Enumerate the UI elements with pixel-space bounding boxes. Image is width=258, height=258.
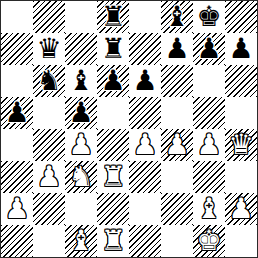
piece-black-pawn: ♟ bbox=[100, 65, 125, 97]
piece-black-bishop: ♝ bbox=[164, 1, 189, 33]
square-g2[interactable]: ♝ bbox=[193, 193, 225, 225]
square-e1[interactable] bbox=[129, 225, 161, 257]
square-b4[interactable] bbox=[33, 129, 65, 161]
piece-black-pawn: ♟ bbox=[4, 97, 29, 129]
square-d8[interactable]: ♜ bbox=[97, 1, 129, 33]
piece-white-bishop: ♝ bbox=[68, 225, 93, 257]
piece-black-pawn: ♟ bbox=[132, 65, 157, 97]
square-d2[interactable] bbox=[97, 193, 129, 225]
piece-black-rook: ♜ bbox=[100, 33, 125, 65]
square-c4[interactable]: ♟ bbox=[65, 129, 97, 161]
square-g5[interactable] bbox=[193, 97, 225, 129]
square-e2[interactable] bbox=[129, 193, 161, 225]
square-e5[interactable] bbox=[129, 97, 161, 129]
square-h5[interactable] bbox=[225, 97, 257, 129]
square-b6[interactable]: ♞ bbox=[33, 65, 65, 97]
square-a2[interactable]: ♟ bbox=[1, 193, 33, 225]
square-g1[interactable]: ♚ bbox=[193, 225, 225, 257]
piece-black-knight: ♞ bbox=[36, 65, 61, 97]
square-f5[interactable] bbox=[161, 97, 193, 129]
square-h1[interactable] bbox=[225, 225, 257, 257]
square-c6[interactable]: ♝ bbox=[65, 65, 97, 97]
piece-black-queen: ♛ bbox=[36, 33, 61, 65]
piece-white-pawn: ♟ bbox=[164, 129, 189, 161]
piece-black-pawn: ♟ bbox=[228, 33, 253, 65]
square-e3[interactable] bbox=[129, 161, 161, 193]
square-a7[interactable] bbox=[1, 33, 33, 65]
piece-white-king: ♚ bbox=[196, 225, 221, 257]
square-d7[interactable]: ♜ bbox=[97, 33, 129, 65]
piece-white-pawn: ♟ bbox=[4, 193, 29, 225]
square-d4[interactable] bbox=[97, 129, 129, 161]
square-g6[interactable] bbox=[193, 65, 225, 97]
square-c7[interactable] bbox=[65, 33, 97, 65]
square-h4[interactable]: ♛ bbox=[225, 129, 257, 161]
square-e4[interactable]: ♟ bbox=[129, 129, 161, 161]
square-f1[interactable] bbox=[161, 225, 193, 257]
square-b5[interactable] bbox=[33, 97, 65, 129]
piece-black-king: ♚ bbox=[196, 1, 221, 33]
piece-white-bishop: ♝ bbox=[196, 193, 221, 225]
square-f8[interactable]: ♝ bbox=[161, 1, 193, 33]
square-a5[interactable]: ♟ bbox=[1, 97, 33, 129]
piece-black-pawn: ♟ bbox=[68, 97, 93, 129]
square-a4[interactable] bbox=[1, 129, 33, 161]
piece-white-pawn: ♟ bbox=[36, 161, 61, 193]
square-b1[interactable] bbox=[33, 225, 65, 257]
square-b8[interactable] bbox=[33, 1, 65, 33]
square-a1[interactable] bbox=[1, 225, 33, 257]
square-b2[interactable] bbox=[33, 193, 65, 225]
square-b7[interactable]: ♛ bbox=[33, 33, 65, 65]
square-a8[interactable] bbox=[1, 1, 33, 33]
piece-white-knight: ♞ bbox=[68, 161, 93, 193]
square-d1[interactable]: ♜ bbox=[97, 225, 129, 257]
chess-diagram: ♜♝♚♛♜♟♟♟♞♝♟♟♟♟♟♟♟♟♛♟♞♜♟♝♟♝♜♚ bbox=[0, 0, 258, 258]
square-f3[interactable] bbox=[161, 161, 193, 193]
square-a6[interactable] bbox=[1, 65, 33, 97]
square-e8[interactable] bbox=[129, 1, 161, 33]
square-g8[interactable]: ♚ bbox=[193, 1, 225, 33]
square-e6[interactable]: ♟ bbox=[129, 65, 161, 97]
piece-white-pawn: ♟ bbox=[68, 129, 93, 161]
square-g4[interactable]: ♟ bbox=[193, 129, 225, 161]
square-h3[interactable] bbox=[225, 161, 257, 193]
square-d3[interactable]: ♜ bbox=[97, 161, 129, 193]
square-c8[interactable] bbox=[65, 1, 97, 33]
square-f6[interactable] bbox=[161, 65, 193, 97]
piece-white-queen: ♛ bbox=[228, 129, 253, 161]
square-g3[interactable] bbox=[193, 161, 225, 193]
piece-black-pawn: ♟ bbox=[196, 33, 221, 65]
square-h7[interactable]: ♟ bbox=[225, 33, 257, 65]
square-g7[interactable]: ♟ bbox=[193, 33, 225, 65]
square-e7[interactable] bbox=[129, 33, 161, 65]
square-c2[interactable] bbox=[65, 193, 97, 225]
square-f7[interactable]: ♟ bbox=[161, 33, 193, 65]
chess-board: ♜♝♚♛♜♟♟♟♞♝♟♟♟♟♟♟♟♟♛♟♞♜♟♝♟♝♜♚ bbox=[0, 0, 258, 258]
square-h8[interactable] bbox=[225, 1, 257, 33]
square-c3[interactable]: ♞ bbox=[65, 161, 97, 193]
square-d5[interactable] bbox=[97, 97, 129, 129]
piece-white-rook: ♜ bbox=[100, 161, 125, 193]
square-h2[interactable]: ♟ bbox=[225, 193, 257, 225]
square-f4[interactable]: ♟ bbox=[161, 129, 193, 161]
piece-black-rook: ♜ bbox=[100, 1, 125, 33]
square-c1[interactable]: ♝ bbox=[65, 225, 97, 257]
square-d6[interactable]: ♟ bbox=[97, 65, 129, 97]
piece-white-pawn: ♟ bbox=[228, 193, 253, 225]
piece-black-bishop: ♝ bbox=[68, 65, 93, 97]
piece-white-rook: ♜ bbox=[100, 225, 125, 257]
square-c5[interactable]: ♟ bbox=[65, 97, 97, 129]
piece-white-pawn: ♟ bbox=[132, 129, 157, 161]
piece-black-pawn: ♟ bbox=[164, 33, 189, 65]
square-h6[interactable] bbox=[225, 65, 257, 97]
square-b3[interactable]: ♟ bbox=[33, 161, 65, 193]
square-a3[interactable] bbox=[1, 161, 33, 193]
piece-white-pawn: ♟ bbox=[196, 129, 221, 161]
square-f2[interactable] bbox=[161, 193, 193, 225]
